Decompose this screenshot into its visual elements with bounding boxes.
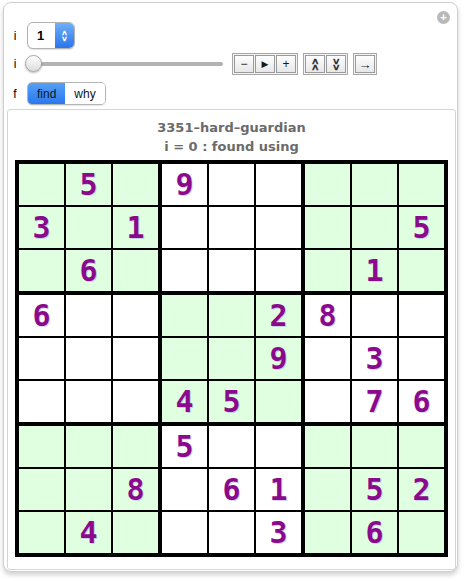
manipulate-menu-icon[interactable]: + <box>437 11 450 24</box>
cell-r6c9: 6 <box>399 381 444 426</box>
cell-r9c7 <box>305 512 352 553</box>
cell-r2c5 <box>209 207 256 250</box>
cell-r2c4 <box>162 207 209 250</box>
slider-track[interactable] <box>27 62 223 66</box>
cell-r5c2 <box>66 338 113 381</box>
toggler-label: f <box>10 87 20 101</box>
cell-r9c6: 3 <box>256 512 305 553</box>
cell-r9c9 <box>399 512 444 553</box>
cell-r3c9 <box>399 250 444 295</box>
cell-r3c1 <box>19 250 66 295</box>
cell-r4c2 <box>66 295 113 338</box>
step-button-group: − ▶ + <box>232 53 298 75</box>
cell-r9c2: 4 <box>66 512 113 553</box>
cell-r5c1 <box>19 338 66 381</box>
cell-r9c8: 6 <box>352 512 399 553</box>
puzzle-title: 3351–hard–guardian <box>8 118 455 137</box>
cell-r8c7 <box>305 469 352 512</box>
cell-r4c4 <box>162 295 209 338</box>
cell-r1c7 <box>305 164 352 207</box>
cell-r9c5 <box>209 512 256 553</box>
cell-r5c6: 9 <box>256 338 305 381</box>
cell-r4c3 <box>113 295 162 338</box>
cell-r2c9: 5 <box>399 207 444 250</box>
cell-r9c3 <box>113 512 162 553</box>
cell-r8c3: 8 <box>113 469 162 512</box>
step-forward-button[interactable]: + <box>276 55 296 73</box>
cell-r1c9 <box>399 164 444 207</box>
cell-r6c1 <box>19 381 66 426</box>
cell-r3c4 <box>162 250 209 295</box>
cell-r8c8: 5 <box>352 469 399 512</box>
popup-label: i <box>10 29 20 43</box>
cell-r1c5 <box>209 164 256 207</box>
i-slider[interactable] <box>27 53 223 75</box>
cell-r6c6 <box>256 381 305 426</box>
cell-r4c5 <box>209 295 256 338</box>
cell-r8c9: 2 <box>399 469 444 512</box>
cell-r4c8 <box>352 295 399 338</box>
speed-button-group: ∧ ∧ ∨ ∨ <box>303 53 348 75</box>
find-why-toggler: find why <box>27 82 106 105</box>
cell-r2c8 <box>352 207 399 250</box>
popup-row: i 1 ∧ ∨ <box>10 22 75 49</box>
cell-r6c2 <box>66 381 113 426</box>
cell-r5c4 <box>162 338 209 381</box>
cell-r7c9 <box>399 426 444 469</box>
cell-r5c9 <box>399 338 444 381</box>
slider-label: i <box>10 57 20 71</box>
cell-r1c6 <box>256 164 305 207</box>
faster-button[interactable]: ∧ ∧ <box>305 55 325 73</box>
step-back-button[interactable]: − <box>234 55 254 73</box>
cell-r6c7 <box>305 381 352 426</box>
sudoku-board: 5931561628934576586152436 <box>15 160 448 557</box>
cell-r5c5 <box>209 338 256 381</box>
value-dropdown[interactable]: 1 ∧ ∨ <box>27 22 75 49</box>
cell-r2c2 <box>66 207 113 250</box>
cell-r3c6 <box>256 250 305 295</box>
direction-button-group: → <box>353 53 377 75</box>
cell-r8c4 <box>162 469 209 512</box>
dropdown-stepper-icon[interactable]: ∧ ∨ <box>55 23 74 48</box>
cell-r6c3 <box>113 381 162 426</box>
toggle-option-find[interactable]: find <box>28 83 65 104</box>
cell-r6c5: 5 <box>209 381 256 426</box>
cell-r6c4: 4 <box>162 381 209 426</box>
cell-r7c8 <box>352 426 399 469</box>
right-arrow-icon: → <box>359 58 372 71</box>
cell-r8c5: 6 <box>209 469 256 512</box>
cell-r8c2 <box>66 469 113 512</box>
cell-r7c2 <box>66 426 113 469</box>
output-panel: 3351–hard–guardian i = 0 : found using 5… <box>7 109 456 570</box>
cell-r1c4: 9 <box>162 164 209 207</box>
cell-r3c3 <box>113 250 162 295</box>
slider-thumb[interactable] <box>25 55 42 72</box>
cell-r8c6: 1 <box>256 469 305 512</box>
chevron-down-icon: ∨ <box>61 36 68 42</box>
cell-r7c3 <box>113 426 162 469</box>
toggler-row: f find why <box>10 82 106 105</box>
cell-r3c8: 1 <box>352 250 399 295</box>
cell-r4c6: 2 <box>256 295 305 338</box>
cell-r6c8: 7 <box>352 381 399 426</box>
status-line: i = 0 : found using <box>8 137 455 156</box>
cell-r1c8 <box>352 164 399 207</box>
play-button[interactable]: ▶ <box>255 55 275 73</box>
cell-r4c9 <box>399 295 444 338</box>
cell-r3c7 <box>305 250 352 295</box>
cell-r1c3 <box>113 164 162 207</box>
cell-r2c6 <box>256 207 305 250</box>
cell-r1c2: 5 <box>66 164 113 207</box>
cell-r4c7: 8 <box>305 295 352 338</box>
cell-r5c8: 3 <box>352 338 399 381</box>
cell-r7c1 <box>19 426 66 469</box>
cell-r2c3: 1 <box>113 207 162 250</box>
dropdown-value: 1 <box>28 23 55 48</box>
cell-r7c7 <box>305 426 352 469</box>
cell-r2c7 <box>305 207 352 250</box>
cell-r3c5 <box>209 250 256 295</box>
cell-r7c4: 5 <box>162 426 209 469</box>
toggle-option-why[interactable]: why <box>65 83 104 104</box>
play-icon: ▶ <box>262 60 269 69</box>
cell-r9c1 <box>19 512 66 553</box>
slower-button[interactable]: ∨ ∨ <box>326 55 346 73</box>
slider-row: i − ▶ + ∧ ∧ ∨ ∨ → <box>10 53 382 75</box>
cell-r3c2: 6 <box>66 250 113 295</box>
cell-r8c1 <box>19 469 66 512</box>
cell-r7c5 <box>209 426 256 469</box>
cell-r4c1: 6 <box>19 295 66 338</box>
direction-button[interactable]: → <box>355 55 375 73</box>
cell-r5c3 <box>113 338 162 381</box>
cell-r7c6 <box>256 426 305 469</box>
manipulate-panel: + i 1 ∧ ∨ i − ▶ + ∧ ∧ ∨ <box>3 2 458 572</box>
cell-r5c7 <box>305 338 352 381</box>
cell-r1c1 <box>19 164 66 207</box>
cell-r9c4 <box>162 512 209 553</box>
cell-r2c1: 3 <box>19 207 66 250</box>
